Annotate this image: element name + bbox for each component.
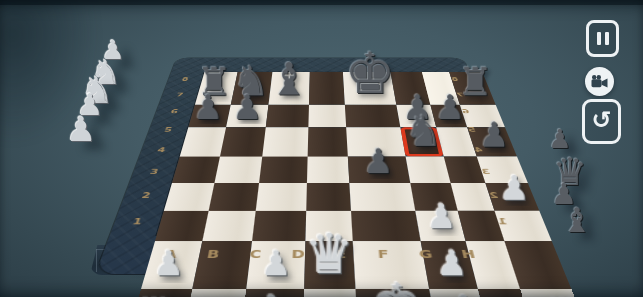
white-bishop[interactable]: ♝: [442, 289, 484, 297]
rank-label-1: 1: [119, 208, 154, 236]
status-bar: [0, 0, 643, 5]
white-pawn[interactable]: ♟: [154, 247, 185, 282]
undo-arrow-icon: ↺: [591, 108, 611, 132]
square-e4[interactable]: [349, 183, 415, 211]
square-c8[interactable]: ♝: [269, 72, 310, 104]
rank-label-5: 5: [154, 121, 182, 140]
square-h1[interactable]: ♜: [520, 289, 594, 297]
square-c1[interactable]: ♝: [240, 289, 305, 297]
pause-button[interactable]: [586, 20, 619, 57]
black-bishop[interactable]: ♝: [269, 58, 309, 103]
chess-board: ♜♞♝♚♜♟♟♟♟♞♟♟♟♟♟♟♛♟♜♝♚♝♜ ABCDEFGH 8765432…: [95, 58, 544, 274]
square-b6[interactable]: [220, 127, 266, 156]
square-c3[interactable]: [252, 211, 306, 241]
file-label-B: B: [191, 247, 236, 262]
square-b5[interactable]: [214, 157, 262, 183]
white-bishop[interactable]: ♝: [252, 289, 294, 297]
rank-label-6: 6: [161, 103, 187, 121]
black-knight[interactable]: ♞: [404, 110, 442, 153]
square-a4[interactable]: [164, 183, 214, 211]
captured-black-bishop: ♝: [562, 203, 592, 237]
rank-label-3: 3: [138, 160, 169, 183]
square-b7[interactable]: ♟: [226, 104, 269, 127]
square-f3[interactable]: ♟: [415, 211, 466, 241]
square-d8[interactable]: [309, 72, 344, 104]
black-pawn[interactable]: ♟: [232, 90, 262, 124]
square-d1[interactable]: [303, 289, 358, 297]
black-king[interactable]: ♚: [344, 46, 395, 103]
file-label-F: F: [362, 247, 406, 262]
black-pawn[interactable]: ♟: [193, 90, 223, 124]
black-pawn[interactable]: ♟: [479, 118, 510, 152]
undo-button[interactable]: ↺: [582, 99, 621, 144]
video-camera-icon: [591, 75, 608, 88]
square-e5[interactable]: ♟: [347, 157, 410, 183]
square-f1[interactable]: ♝: [429, 289, 493, 297]
pause-icon: [605, 32, 609, 45]
white-pawn[interactable]: ♟: [436, 247, 467, 282]
rank-label-7: 7: [167, 87, 192, 103]
white-king[interactable]: ♚: [370, 276, 423, 297]
square-c7[interactable]: [266, 104, 309, 127]
pause-icon: [597, 32, 601, 45]
app-screen: ♜♞♝♚♜♟♟♟♟♞♟♟♟♟♟♟♛♟♜♝♚♝♜ ABCDEFGH 8765432…: [0, 0, 643, 297]
white-pawn[interactable]: ♟: [261, 247, 292, 282]
white-pawn[interactable]: ♟: [499, 172, 530, 206]
square-b3[interactable]: [202, 211, 256, 241]
square-c5[interactable]: [259, 157, 308, 183]
square-c6[interactable]: [262, 127, 308, 156]
rank-label-4: 4: [146, 140, 175, 161]
board-grid: ♜♞♝♚♜♟♟♟♟♞♟♟♟♟♟♟♛♟♜♝♚♝♜: [155, 72, 484, 236]
square-d7[interactable]: [309, 104, 346, 127]
square-e8[interactable]: ♚: [343, 72, 396, 104]
white-pawn[interactable]: ♟: [426, 201, 457, 235]
square-a3[interactable]: [155, 211, 208, 241]
square-e1[interactable]: ♚: [355, 289, 439, 297]
square-e7[interactable]: [344, 104, 400, 127]
square-c4[interactable]: [256, 183, 307, 211]
square-b4[interactable]: [208, 183, 259, 211]
square-a6[interactable]: [180, 127, 226, 156]
rank-label-8: 8: [173, 72, 197, 87]
square-d2[interactable]: ♛: [305, 241, 355, 289]
white-queen[interactable]: ♛: [305, 226, 355, 281]
square-f6[interactable]: ♞: [400, 127, 444, 156]
captured-white-pawn: ♟: [66, 112, 96, 146]
square-d6[interactable]: [308, 127, 348, 156]
square-f5[interactable]: [405, 157, 451, 183]
square-d4[interactable]: [307, 183, 351, 211]
black-pawn[interactable]: ♟: [363, 144, 394, 178]
captured-black-pawn: ♟: [548, 126, 571, 152]
rank-label-2: 2: [129, 183, 162, 208]
square-a7[interactable]: ♟: [188, 104, 230, 127]
square-a5[interactable]: [172, 157, 220, 183]
square-e3[interactable]: [351, 211, 421, 241]
square-d5[interactable]: [307, 157, 349, 183]
camera-view-button[interactable]: [585, 67, 614, 96]
